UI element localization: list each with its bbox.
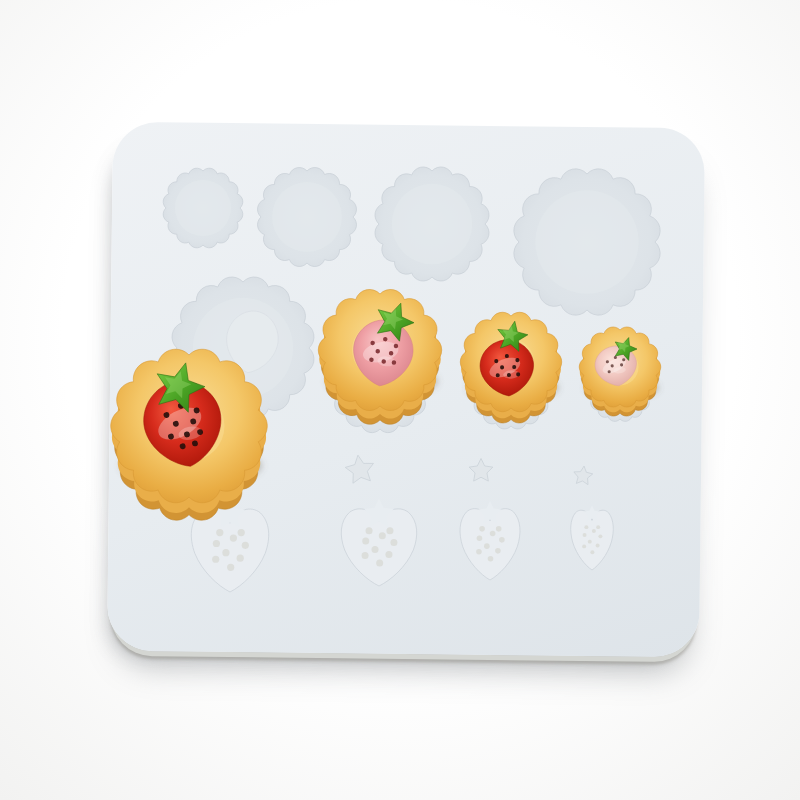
cavity-scalloped-4 bbox=[514, 169, 660, 315]
product-photo bbox=[0, 0, 800, 800]
cavity-star-2 bbox=[469, 459, 493, 482]
mold-details-layer bbox=[0, 0, 800, 800]
cavity-scalloped-2 bbox=[258, 168, 357, 267]
cavity-scalloped-3 bbox=[375, 167, 489, 281]
cavity-star-3 bbox=[574, 466, 593, 485]
cavity-star-1 bbox=[345, 455, 373, 483]
cookie-large bbox=[111, 349, 268, 520]
cavity-strawberry-4 bbox=[571, 505, 614, 570]
cavity-strawberry-2 bbox=[341, 498, 416, 586]
cavity-strawberry-3 bbox=[460, 501, 520, 580]
cavity-scalloped-1 bbox=[163, 168, 243, 248]
